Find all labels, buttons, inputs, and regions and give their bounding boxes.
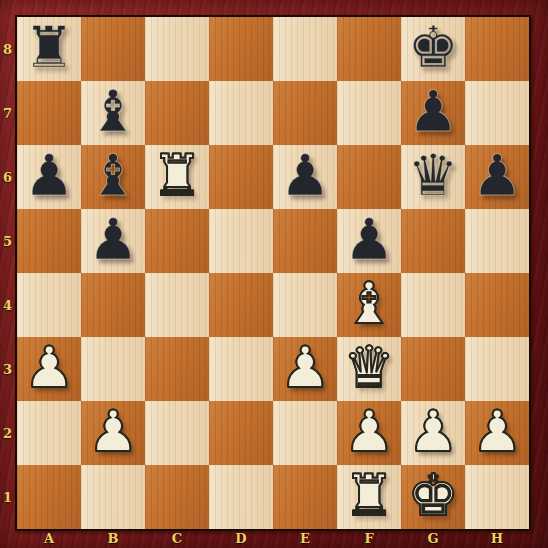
white-king: ♚ [407, 463, 458, 527]
square-h6[interactable]: ♟ [465, 145, 529, 209]
rank-label-6: 6 [0, 145, 15, 209]
square-h7[interactable] [465, 81, 529, 145]
square-a3[interactable]: ♟ [17, 337, 81, 401]
square-d1[interactable] [209, 465, 273, 529]
black-pawn: ♟ [87, 207, 138, 271]
square-d2[interactable] [209, 401, 273, 465]
square-h2[interactable]: ♟ [465, 401, 529, 465]
white-pawn: ♟ [407, 399, 458, 463]
square-f8[interactable] [337, 17, 401, 81]
white-queen: ♛ [343, 335, 394, 399]
square-c2[interactable] [145, 401, 209, 465]
square-b4[interactable] [81, 273, 145, 337]
black-pawn: ♟ [407, 79, 458, 143]
black-queen: ♛ [407, 143, 458, 207]
square-b8[interactable] [81, 17, 145, 81]
black-bishop: ♝ [87, 79, 138, 143]
file-label-h: H [465, 529, 529, 548]
rank-label-1: 1 [0, 465, 15, 529]
black-pawn: ♟ [279, 143, 330, 207]
square-c8[interactable] [145, 17, 209, 81]
square-c4[interactable] [145, 273, 209, 337]
square-b1[interactable] [81, 465, 145, 529]
square-h4[interactable] [465, 273, 529, 337]
square-d4[interactable] [209, 273, 273, 337]
square-h8[interactable] [465, 17, 529, 81]
rank-label-7: 7 [0, 81, 15, 145]
square-c5[interactable] [145, 209, 209, 273]
rank-label-2: 2 [0, 401, 15, 465]
square-g8[interactable]: ♚ [401, 17, 465, 81]
square-a2[interactable] [17, 401, 81, 465]
square-f4[interactable]: ♝ [337, 273, 401, 337]
file-label-g: G [401, 529, 465, 548]
black-pawn: ♟ [23, 143, 74, 207]
square-f1[interactable]: ♜ [337, 465, 401, 529]
square-g5[interactable] [401, 209, 465, 273]
square-g4[interactable] [401, 273, 465, 337]
square-a7[interactable] [17, 81, 81, 145]
square-c1[interactable] [145, 465, 209, 529]
square-b3[interactable] [81, 337, 145, 401]
square-e8[interactable] [273, 17, 337, 81]
square-e5[interactable] [273, 209, 337, 273]
square-b5[interactable]: ♟ [81, 209, 145, 273]
file-label-e: E [273, 529, 337, 548]
square-f7[interactable] [337, 81, 401, 145]
white-pawn: ♟ [343, 399, 394, 463]
square-d8[interactable] [209, 17, 273, 81]
square-g3[interactable] [401, 337, 465, 401]
rank-label-4: 4 [0, 273, 15, 337]
white-pawn: ♟ [279, 335, 330, 399]
square-d3[interactable] [209, 337, 273, 401]
square-f5[interactable]: ♟ [337, 209, 401, 273]
rank-label-8: 8 [0, 17, 15, 81]
square-g6[interactable]: ♛ [401, 145, 465, 209]
square-b2[interactable]: ♟ [81, 401, 145, 465]
square-e3[interactable]: ♟ [273, 337, 337, 401]
square-d6[interactable] [209, 145, 273, 209]
rank-label-3: 3 [0, 337, 15, 401]
file-label-f: F [337, 529, 401, 548]
square-a8[interactable]: ♜ [17, 17, 81, 81]
square-g1[interactable]: ♚ [401, 465, 465, 529]
square-c7[interactable] [145, 81, 209, 145]
square-e7[interactable] [273, 81, 337, 145]
square-a6[interactable]: ♟ [17, 145, 81, 209]
square-e4[interactable] [273, 273, 337, 337]
square-f3[interactable]: ♛ [337, 337, 401, 401]
square-b6[interactable]: ♝ [81, 145, 145, 209]
white-rook: ♜ [151, 143, 202, 207]
black-bishop: ♝ [87, 143, 138, 207]
file-label-a: A [17, 529, 81, 548]
square-h1[interactable] [465, 465, 529, 529]
black-king: ♚ [407, 15, 458, 79]
white-pawn: ♟ [87, 399, 138, 463]
black-rook: ♜ [23, 15, 74, 79]
chess-diagram: ♜♚♝♟♟♝♜♟♛♟♟♟♝♟♟♛♟♟♟♟♜♚ 87654321ABCDEFGH [0, 0, 548, 548]
square-d5[interactable] [209, 209, 273, 273]
square-f2[interactable]: ♟ [337, 401, 401, 465]
file-label-c: C [145, 529, 209, 548]
black-pawn: ♟ [343, 207, 394, 271]
square-g7[interactable]: ♟ [401, 81, 465, 145]
square-d7[interactable] [209, 81, 273, 145]
rank-label-5: 5 [0, 209, 15, 273]
square-h5[interactable] [465, 209, 529, 273]
square-c3[interactable] [145, 337, 209, 401]
chess-board: ♜♚♝♟♟♝♜♟♛♟♟♟♝♟♟♛♟♟♟♟♜♚ [15, 15, 531, 531]
square-h3[interactable] [465, 337, 529, 401]
square-b7[interactable]: ♝ [81, 81, 145, 145]
black-pawn: ♟ [471, 143, 522, 207]
file-label-b: B [81, 529, 145, 548]
white-pawn: ♟ [23, 335, 74, 399]
square-a5[interactable] [17, 209, 81, 273]
white-rook: ♜ [343, 463, 394, 527]
square-e6[interactable]: ♟ [273, 145, 337, 209]
square-a4[interactable] [17, 273, 81, 337]
square-g2[interactable]: ♟ [401, 401, 465, 465]
square-e1[interactable] [273, 465, 337, 529]
square-c6[interactable]: ♜ [145, 145, 209, 209]
square-a1[interactable] [17, 465, 81, 529]
white-bishop: ♝ [343, 271, 394, 335]
file-label-d: D [209, 529, 273, 548]
square-f6[interactable] [337, 145, 401, 209]
white-pawn: ♟ [471, 399, 522, 463]
square-e2[interactable] [273, 401, 337, 465]
